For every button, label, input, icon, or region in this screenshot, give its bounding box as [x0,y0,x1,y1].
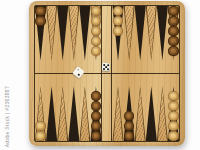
checker-light[interactable] [91,6,102,17]
checker-dark[interactable] [168,6,179,17]
point-17[interactable] [124,6,135,74]
checker-light[interactable] [35,131,46,142]
backgammon-board [29,1,185,146]
checker-light[interactable] [168,111,179,122]
die-pip [107,68,109,70]
checker-light[interactable] [168,91,179,102]
checker-stack [68,6,79,74]
photo-background: Adobe Stock | #2363887 [0,0,200,150]
checker-dark[interactable] [91,121,102,132]
checker-light[interactable] [91,16,102,27]
point-16[interactable] [135,6,146,74]
checker-dark[interactable] [35,6,46,17]
point-15[interactable] [146,6,157,74]
checker-stack [68,74,79,142]
point-13[interactable] [168,6,179,74]
checker-dark[interactable] [168,16,179,27]
watermark: Adobe Stock | #2363887 [3,86,12,148]
checker-dark[interactable] [168,46,179,57]
checker-stack [57,6,68,74]
die-pip [77,69,80,72]
checker-stack [46,6,57,74]
point-5[interactable] [79,74,90,142]
checker-stack [135,74,146,142]
checker-stack [168,6,179,74]
point-9[interactable] [135,74,146,142]
point-12[interactable] [168,74,179,142]
checker-stack [90,6,101,74]
point-3[interactable] [57,74,68,142]
checker-dark[interactable] [91,111,102,122]
checker-light[interactable] [91,46,102,57]
checker-dark[interactable] [91,101,102,112]
checker-stack [35,74,46,142]
die-pip [103,68,105,70]
playfield [35,6,179,141]
die-pip [107,64,109,66]
point-2[interactable] [46,74,57,142]
checker-stack [168,74,179,142]
die-pip [78,74,81,77]
checker-dark[interactable] [91,91,102,102]
point-4[interactable] [68,74,79,142]
checker-stack [124,6,135,74]
checker-stack [157,6,168,74]
point-1[interactable] [35,74,46,142]
die-right[interactable] [102,63,110,71]
point-20[interactable] [79,6,90,74]
point-8[interactable] [124,74,135,142]
checker-stack [157,74,168,142]
point-14[interactable] [157,6,168,74]
checker-light[interactable] [113,26,124,37]
checker-light[interactable] [91,36,102,47]
checker-stack [124,74,135,142]
point-6[interactable] [90,74,101,142]
checker-stack [90,74,101,142]
checker-stack [79,6,90,74]
checker-light[interactable] [168,131,179,142]
checker-dark[interactable] [35,16,46,27]
point-10[interactable] [146,74,157,142]
watermark-text: Adobe Stock | #2363887 [3,86,11,147]
checker-stack [146,74,157,142]
checker-light[interactable] [113,6,124,17]
checker-light[interactable] [91,26,102,37]
checker-dark[interactable] [124,131,135,142]
checker-dark[interactable] [124,111,135,122]
checker-stack [35,6,46,74]
point-11[interactable] [157,74,168,142]
checker-stack [112,6,123,74]
checker-light[interactable] [168,101,179,112]
point-21[interactable] [68,6,79,74]
point-22[interactable] [57,6,68,74]
point-24[interactable] [35,6,46,74]
checker-stack [135,6,146,74]
checker-stack [112,74,123,142]
checker-dark[interactable] [168,36,179,47]
checker-stack [79,74,90,142]
checker-dark[interactable] [124,121,135,132]
checker-light[interactable] [113,16,124,27]
point-7[interactable] [112,74,123,142]
checker-dark[interactable] [168,26,179,37]
checker-stack [146,6,157,74]
point-18[interactable] [112,6,123,74]
checker-stack [57,74,68,142]
checker-light[interactable] [168,121,179,132]
point-23[interactable] [46,6,57,74]
checker-stack [46,74,57,142]
point-19[interactable] [90,6,101,74]
checker-dark[interactable] [91,131,102,142]
checker-light[interactable] [35,121,46,132]
